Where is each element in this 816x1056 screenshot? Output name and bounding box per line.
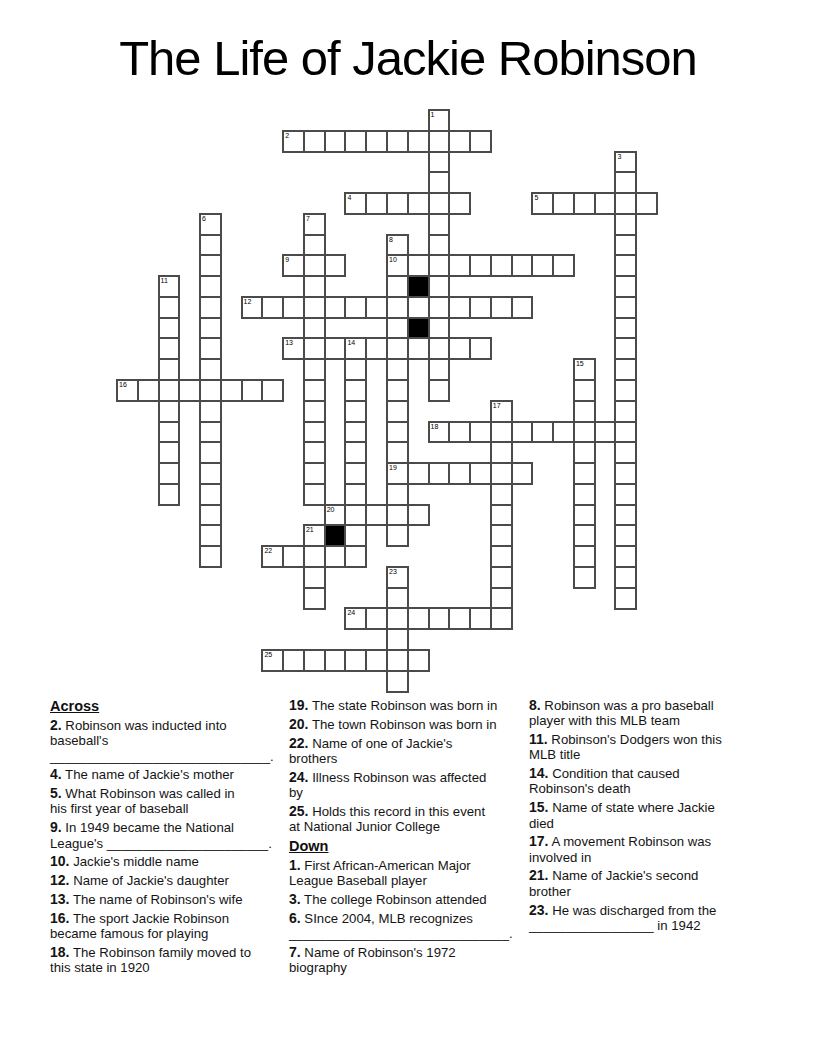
crossword-cell[interactable] [386,607,409,630]
crossword-cell[interactable] [407,192,430,215]
crossword-cell[interactable] [428,462,451,485]
crossword-cell[interactable] [573,566,596,589]
crossword-cell[interactable] [614,462,637,485]
crossword-cell[interactable] [635,192,658,215]
crossword-cell[interactable] [511,462,534,485]
clue-text: Name of Jackie's daughter [69,873,228,888]
crossword-cell[interactable] [199,296,222,319]
crossword-cell[interactable] [303,421,326,444]
crossword-cell[interactable] [469,337,492,360]
crossword-cell[interactable] [428,192,451,215]
crossword-cell[interactable]: 14 [344,337,367,360]
clue-text: The Robinson family moved to this state … [50,945,251,975]
crossword-cell[interactable]: 19 [386,462,409,485]
clue-item: 13. The name of Robinson's wife [50,892,287,907]
crossword-cell[interactable] [614,587,637,610]
crossword-cell[interactable] [199,524,222,547]
crossword-cell[interactable] [386,358,409,381]
crossword-cell[interactable]: 15 [573,358,596,381]
crossword-cell[interactable] [303,441,326,464]
clue-item: 7. Name of Robinson's 1972 biography [289,945,526,976]
crossword-cell[interactable] [344,441,367,464]
crossword-cell[interactable] [303,317,326,340]
crossword-cell[interactable] [303,358,326,381]
crossword-cell[interactable] [614,192,637,215]
crossword-cell[interactable] [303,234,326,257]
clue-item: 14. Condition that caused Robinson's dea… [529,766,766,797]
crossword-cell[interactable] [261,296,284,319]
crossword-cell[interactable] [407,649,430,672]
clue-number: 22. [289,735,308,751]
crossword-cell[interactable] [303,296,326,319]
clue-item: 23. He was discharged from the _________… [529,903,766,934]
crossword-cell[interactable]: 6 [199,213,222,236]
clue-text: What Robinson was called in his first ye… [50,786,235,816]
clue-item: 10. Jackie's middle name [50,854,287,869]
clue-text: Name of one of Jackie's brothers [289,736,452,766]
clue-item: 18. The Robinson family moved to this st… [50,945,287,976]
crossword-cell[interactable] [552,254,575,277]
crossword-cell[interactable]: 13 [282,337,305,360]
crossword-cell[interactable] [428,151,451,174]
crossword-cell[interactable] [386,524,409,547]
crossword-cell[interactable] [614,275,637,298]
crossword-cell[interactable] [490,254,513,277]
crossword-cell[interactable] [386,504,409,527]
crossword-cell[interactable] [490,566,513,589]
crossword-cell[interactable] [428,296,451,319]
crossword-cell[interactable] [552,421,575,444]
clue-number: 5. [50,785,62,801]
crossword-cell[interactable] [303,379,326,402]
crossword-cell[interactable] [386,421,409,444]
crossword-cell[interactable] [386,317,409,340]
clue-item: 9. In 1949 became the National League's … [50,820,287,851]
crossword-cell[interactable]: 25 [261,649,284,672]
cell-number: 23 [389,568,397,576]
crossword-cell[interactable] [614,337,637,360]
crossword-cell[interactable] [199,379,222,402]
crossword-cell[interactable] [552,192,575,215]
crossword-cell[interactable] [614,254,637,277]
clue-text: The sport Jackie Robinson became famous … [50,911,229,941]
crossword-cell[interactable] [614,566,637,589]
crossword-cell[interactable] [220,379,243,402]
crossword-cell[interactable]: 23 [386,566,409,589]
crossword-cell[interactable] [428,234,451,257]
crossword-cell[interactable] [490,524,513,547]
crossword-cell[interactable] [282,296,305,319]
crossword-cell[interactable] [344,296,367,319]
crossword-cell[interactable] [573,545,596,568]
crossword-cell[interactable] [614,296,637,319]
crossword-cell[interactable] [511,421,534,444]
clue-item: 15. Name of state where Jackie died [529,800,766,831]
crossword-cell[interactable] [303,587,326,610]
clue-number: 4. [50,766,62,782]
crossword-cell[interactable] [344,400,367,423]
clue-number: 23. [529,902,548,918]
clue-number: 24. [289,769,308,785]
crossword-cell[interactable] [344,462,367,485]
crossword-cell[interactable] [344,130,367,153]
crossword-cell[interactable] [614,400,637,423]
crossword-cell[interactable] [490,504,513,527]
crossword-cell[interactable] [365,192,388,215]
cell-number: 11 [161,277,168,285]
crossword-cell[interactable] [469,296,492,319]
crossword-cell[interactable] [614,379,637,402]
crossword-cell[interactable] [386,275,409,298]
crossword-cell[interactable] [448,421,471,444]
crossword-cell[interactable] [303,275,326,298]
crossword-cell[interactable] [448,296,471,319]
crossword-cell[interactable] [199,421,222,444]
clue-number: 11. [529,731,548,747]
clue-number: 16. [50,910,69,926]
clue-text: Robinson was a pro baseball player with … [529,698,714,728]
crossword-cell[interactable] [469,421,492,444]
clue-text: Name of Robinson's 1972 biography [289,945,456,975]
crossword-cell[interactable] [407,462,430,485]
crossword-cell[interactable] [428,213,451,236]
clue-text: The name of Jackie's mother [62,767,234,782]
clue-item: 17. A movement Robinson was involved in [529,834,766,865]
clue-item: 21. Name of Jackie's second brother [529,868,766,899]
crossword-cell[interactable] [282,545,305,568]
clue-number: 1. [289,857,301,873]
crossword-cell[interactable] [199,545,222,568]
clue-number: 9. [50,819,62,835]
crossword-cell[interactable] [324,130,347,153]
crossword-cell[interactable]: 11 [158,275,181,298]
crossword-cell[interactable]: 21 [303,524,326,547]
crossword-cell[interactable] [158,358,181,381]
crossword-cell[interactable] [344,358,367,381]
crossword-cell[interactable] [386,337,409,360]
crossword-cell[interactable] [614,441,637,464]
crossword-cell[interactable]: 10 [386,254,409,277]
cell-number: 6 [202,215,206,223]
crossword-cell[interactable] [448,192,471,215]
crossword-cell[interactable]: 22 [261,545,284,568]
black-cell [407,317,430,340]
crossword-cell[interactable] [324,649,347,672]
clue-item: 11. Robinson's Dodgers won this MLB titl… [529,732,766,763]
crossword-cell[interactable] [573,400,596,423]
crossword-cell[interactable] [158,379,181,402]
crossword-cell[interactable] [199,254,222,277]
crossword-cell[interactable] [469,130,492,153]
crossword-cell[interactable] [614,545,637,568]
crossword-cell[interactable] [344,524,367,547]
crossword-cell[interactable] [303,649,326,672]
crossword-cell[interactable] [158,317,181,340]
cell-number: 9 [285,256,289,264]
clue-item: 24. Illness Robinson was affected by [289,770,526,801]
crossword-cell[interactable] [490,441,513,464]
crossword-cell[interactable]: 20 [324,504,347,527]
clue-item: 16. The sport Jackie Robinson became fam… [50,911,287,942]
crossword-cell[interactable] [428,337,451,360]
crossword-cell[interactable]: 8 [386,234,409,257]
crossword-cell[interactable] [303,462,326,485]
clue-number: 18. [50,944,69,960]
clue-text: Name of Jackie's second brother [529,868,698,898]
clue-item: 6. SInce 2004, MLB recognizes __________… [289,911,526,942]
crossword-cell[interactable] [365,337,388,360]
crossword-cell[interactable] [386,670,409,693]
clue-number: 7. [289,944,301,960]
crossword-cell[interactable] [386,379,409,402]
crossword-cell[interactable] [614,234,637,257]
crossword-cell[interactable] [199,483,222,506]
crossword-cell[interactable] [199,275,222,298]
crossword-cell[interactable] [407,504,430,527]
crossword-cell[interactable] [573,462,596,485]
crossword-cell[interactable] [365,296,388,319]
clue-number: 3. [289,891,301,907]
crossword-cell[interactable]: 3 [614,151,637,174]
crossword-cell[interactable] [428,275,451,298]
clues-column-3: 8. Robinson was a pro baseball player wi… [529,698,766,937]
crossword-cell[interactable] [594,192,617,215]
crossword-cell[interactable] [386,130,409,153]
crossword-cell[interactable] [158,296,181,319]
crossword-cell[interactable] [469,254,492,277]
crossword-cell[interactable] [448,254,471,277]
crossword-cell[interactable] [614,483,637,506]
clue-number: 6. [289,910,301,926]
clue-number: 17. [529,833,548,849]
crossword-cell[interactable] [490,587,513,610]
crossword-cell[interactable] [428,254,451,277]
crossword-cell[interactable] [614,213,637,236]
crossword-cell[interactable] [386,483,409,506]
clue-section-header: Across [50,698,287,714]
crossword-cell[interactable] [407,296,430,319]
cell-number: 13 [285,339,293,347]
crossword-cell[interactable] [511,254,534,277]
cell-number: 21 [306,526,314,534]
crossword-cell[interactable] [178,379,201,402]
crossword-cell[interactable] [386,400,409,423]
crossword-cell[interactable] [614,524,637,547]
crossword-cell[interactable] [324,545,347,568]
crossword-cell[interactable] [365,130,388,153]
crossword-cell[interactable] [531,254,554,277]
crossword-cell[interactable] [407,254,430,277]
cell-number: 3 [617,153,621,161]
crossword-cell[interactable]: 18 [428,421,451,444]
crossword-cell[interactable] [199,400,222,423]
crossword-cell[interactable] [386,192,409,215]
crossword-cell[interactable] [490,296,513,319]
crossword-cell[interactable] [137,379,160,402]
crossword-cell[interactable] [386,628,409,651]
crossword-cell[interactable] [614,358,637,381]
clue-text: SInce 2004, MLB recognizes _____________… [289,911,513,941]
crossword-cell[interactable] [324,296,347,319]
crossword-cell[interactable] [490,462,513,485]
clues-column-2: 19. The state Robinson was born in20. Th… [289,698,526,979]
crossword-cell[interactable] [344,483,367,506]
crossword-cell[interactable] [303,566,326,589]
crossword-cell[interactable] [344,649,367,672]
puzzle-title: The Life of Jackie Robinson [0,30,816,86]
crossword-cell[interactable]: 17 [490,400,513,423]
clue-number: 19. [289,697,308,713]
crossword-cell[interactable] [614,421,637,444]
crossword-cell[interactable] [158,441,181,464]
clue-text: The name of Robinson's wife [69,892,242,907]
crossword-cell[interactable] [158,462,181,485]
crossword-cell[interactable] [573,524,596,547]
crossword-cell[interactable] [511,296,534,319]
crossword-cell[interactable] [199,317,222,340]
clue-text: The town Robinson was born in [308,717,496,732]
crossword-cell[interactable]: 1 [428,109,451,132]
crossword-cell[interactable] [428,130,451,153]
crossword-cell[interactable] [428,607,451,630]
cell-number: 20 [327,506,335,514]
clue-item: 3. The college Robinson attended [289,892,526,907]
crossword-cell[interactable] [199,234,222,257]
crossword-cell[interactable] [448,337,471,360]
clue-text: Robinson was inducted into baseball's __… [50,718,274,764]
crossword-cell[interactable] [365,649,388,672]
cell-number: 5 [534,194,538,202]
clue-number: 12. [50,872,69,888]
clue-text: A movement Robinson was involved in [529,834,711,864]
crossword-cell[interactable] [199,504,222,527]
clue-item: 4. The name of Jackie's mother [50,767,287,782]
crossword-cell[interactable] [261,379,284,402]
clue-item: 25. Holds this record in this event at N… [289,804,526,835]
crossword-cell[interactable] [573,483,596,506]
crossword-cell[interactable] [303,400,326,423]
cell-number: 7 [306,215,310,223]
crossword-cell[interactable] [199,441,222,464]
crossword-cell[interactable] [199,462,222,485]
crossword-cell[interactable] [365,504,388,527]
cell-number: 8 [389,236,393,244]
crossword-cell[interactable] [344,504,367,527]
crossword-cell[interactable] [594,421,617,444]
crossword-cell[interactable] [282,649,305,672]
cell-number: 22 [264,547,272,555]
crossword-cell[interactable] [303,130,326,153]
crossword-cell[interactable]: 2 [282,130,305,153]
crossword-cell[interactable] [199,337,222,360]
crossword-cell[interactable] [158,483,181,506]
crossword-cell[interactable] [386,441,409,464]
crossword-cell[interactable]: 24 [344,607,367,630]
crossword-cell[interactable] [573,192,596,215]
crossword-cell[interactable] [407,337,430,360]
crossword-cell[interactable] [428,358,451,381]
crossword-cell[interactable] [386,296,409,319]
crossword-cell[interactable] [573,504,596,527]
crossword-cell[interactable] [303,254,326,277]
clue-text: Jackie's middle name [69,854,198,869]
crossword-cell[interactable] [469,462,492,485]
crossword-cell[interactable] [490,607,513,630]
crossword-cell[interactable] [428,379,451,402]
crossword-cell[interactable] [428,317,451,340]
crossword-cell[interactable] [448,130,471,153]
crossword-cell[interactable] [448,607,471,630]
cell-number: 1 [431,111,435,119]
clue-item: 1. First African-American Major League B… [289,858,526,889]
crossword-cell[interactable] [344,421,367,444]
crossword-cell[interactable] [614,317,637,340]
crossword-cell[interactable] [490,421,513,444]
crossword-cell[interactable] [158,337,181,360]
clue-text: In 1949 became the National League's ___… [50,820,272,850]
clue-item: 8. Robinson was a pro baseball player wi… [529,698,766,729]
crossword-cell[interactable] [344,545,367,568]
clue-number: 15. [529,799,548,815]
crossword-cell[interactable]: 12 [241,296,264,319]
crossword-cell[interactable] [199,358,222,381]
crossword-cell[interactable] [407,607,430,630]
crossword-cell[interactable] [614,504,637,527]
cell-number: 24 [347,609,355,617]
clue-text: Illness Robinson was affected by [289,770,486,800]
cell-number: 17 [493,402,501,410]
crossword-cell[interactable] [386,587,409,610]
crossword-cell[interactable] [158,421,181,444]
crossword-cell[interactable] [407,130,430,153]
crossword-cell[interactable] [241,379,264,402]
crossword-cell[interactable] [365,607,388,630]
clue-section-header: Down [289,838,526,854]
crossword-cell[interactable] [531,421,554,444]
crossword-cell[interactable] [158,400,181,423]
crossword-cell[interactable] [344,379,367,402]
cell-number: 10 [389,256,397,264]
crossword-cell[interactable] [428,171,451,194]
crossword-cell[interactable] [573,379,596,402]
clue-number: 10. [50,853,69,869]
crossword-cell[interactable]: 7 [303,213,326,236]
crossword-cell[interactable] [386,649,409,672]
crossword-cell[interactable] [303,545,326,568]
crossword-cell[interactable] [573,441,596,464]
crossword-cell[interactable] [303,337,326,360]
crossword-cell[interactable] [490,483,513,506]
crossword-cell[interactable] [469,607,492,630]
crossword-cell[interactable]: 9 [282,254,305,277]
clue-text: First African-American Major League Base… [289,858,471,888]
crossword-cell[interactable] [490,545,513,568]
crossword-cell[interactable] [614,171,637,194]
crossword-cell[interactable] [448,462,471,485]
crossword-cell[interactable]: 5 [531,192,554,215]
crossword-cell[interactable] [573,421,596,444]
clue-number: 2. [50,717,62,733]
black-cell [324,524,347,547]
clues-column-1: Across2. Robinson was inducted into base… [50,698,287,979]
crossword-cell[interactable]: 16 [116,379,139,402]
crossword-cell[interactable] [324,337,347,360]
cell-number: 12 [244,298,252,306]
crossword-cell[interactable]: 4 [344,192,367,215]
crossword-cell[interactable] [303,483,326,506]
crossword-cell[interactable] [324,254,347,277]
cell-number: 18 [431,423,439,431]
